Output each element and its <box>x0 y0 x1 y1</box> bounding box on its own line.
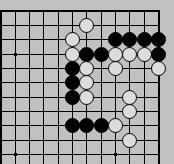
black-stone <box>65 75 80 90</box>
black-stone <box>65 118 80 133</box>
white-stone <box>65 32 80 47</box>
white-stone <box>108 47 123 62</box>
white-stone <box>79 75 94 90</box>
black-stone <box>122 32 137 47</box>
white-stone <box>122 133 137 148</box>
white-stone <box>108 61 123 76</box>
white-stone <box>122 47 137 62</box>
black-stone <box>108 32 123 47</box>
black-stone <box>79 47 94 62</box>
black-stone <box>151 47 166 62</box>
black-stone <box>94 118 109 133</box>
white-stone <box>79 61 94 76</box>
white-stone <box>79 18 94 33</box>
white-stone <box>65 47 80 62</box>
go-board-surface[interactable] <box>0 4 166 164</box>
black-stone <box>65 61 80 76</box>
white-stone <box>79 90 94 105</box>
white-stone <box>137 47 152 62</box>
white-stone <box>151 61 166 76</box>
black-stone <box>94 47 109 62</box>
white-stone <box>122 90 137 105</box>
white-stone <box>108 118 123 133</box>
black-stone <box>137 32 152 47</box>
white-stone <box>122 104 137 119</box>
black-stone <box>79 118 94 133</box>
go-board-diagram <box>0 0 174 164</box>
black-stone <box>65 90 80 105</box>
black-stone <box>151 32 166 47</box>
